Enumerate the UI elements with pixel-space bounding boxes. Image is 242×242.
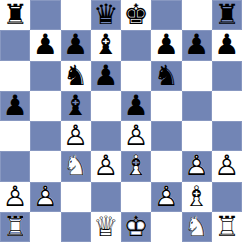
square-h8[interactable]: ♜ (212, 0, 242, 30)
square-g2[interactable]: ♝♗ (182, 182, 212, 212)
white-pawn-piece: ♟♙ (61, 121, 91, 151)
white-pawn-piece: ♟♙ (30, 182, 60, 212)
square-d6[interactable]: ♟ (91, 61, 121, 91)
square-b2[interactable]: ♟♙ (30, 182, 60, 212)
square-c6[interactable]: ♞ (61, 61, 91, 91)
square-h4[interactable] (212, 121, 242, 151)
black-bishop-piece: ♝ (61, 91, 91, 121)
square-g4[interactable] (182, 121, 212, 151)
white-pawn-piece: ♟♙ (182, 151, 212, 181)
square-b3[interactable] (30, 151, 60, 181)
black-pawn-piece: ♟ (182, 30, 212, 60)
black-rook-piece: ♜ (0, 0, 30, 30)
white-knight-piece: ♞♘ (61, 151, 91, 181)
square-a7[interactable] (0, 30, 30, 60)
square-g7[interactable]: ♟ (182, 30, 212, 60)
black-knight-piece: ♞ (61, 61, 91, 91)
square-f5[interactable] (151, 91, 181, 121)
black-pawn-piece: ♟ (121, 91, 151, 121)
white-bishop-piece: ♝♗ (182, 182, 212, 212)
black-queen-piece: ♛ (91, 0, 121, 30)
square-d2[interactable] (91, 182, 121, 212)
square-e6[interactable] (121, 61, 151, 91)
square-f1[interactable] (151, 212, 181, 242)
square-f2[interactable]: ♟♙ (151, 182, 181, 212)
square-e8[interactable]: ♚ (121, 0, 151, 30)
square-a1[interactable]: ♜♖ (0, 212, 30, 242)
white-rook-piece: ♜♖ (212, 212, 242, 242)
square-c4[interactable]: ♟♙ (61, 121, 91, 151)
square-e3[interactable]: ♝♗ (121, 151, 151, 181)
square-b6[interactable] (30, 61, 60, 91)
square-f4[interactable] (151, 121, 181, 151)
square-h2[interactable] (212, 182, 242, 212)
white-king-piece: ♚♔ (121, 212, 151, 242)
white-queen-piece: ♛♕ (91, 212, 121, 242)
black-pawn-piece: ♟ (151, 30, 181, 60)
square-a8[interactable]: ♜ (0, 0, 30, 30)
square-g6[interactable] (182, 61, 212, 91)
square-g3[interactable]: ♟♙ (182, 151, 212, 181)
square-d1[interactable]: ♛♕ (91, 212, 121, 242)
square-h7[interactable]: ♟ (212, 30, 242, 60)
black-pawn-piece: ♟ (30, 30, 60, 60)
square-a4[interactable] (0, 121, 30, 151)
square-h1[interactable]: ♜♖ (212, 212, 242, 242)
square-g8[interactable] (182, 0, 212, 30)
square-e5[interactable]: ♟ (121, 91, 151, 121)
square-f3[interactable] (151, 151, 181, 181)
square-e4[interactable]: ♟♙ (121, 121, 151, 151)
black-pawn-piece: ♟ (91, 61, 121, 91)
square-e7[interactable] (121, 30, 151, 60)
square-d4[interactable] (91, 121, 121, 151)
square-e2[interactable] (121, 182, 151, 212)
square-g5[interactable] (182, 91, 212, 121)
square-c8[interactable] (61, 0, 91, 30)
square-a6[interactable] (0, 61, 30, 91)
white-pawn-piece: ♟♙ (121, 121, 151, 151)
white-knight-piece: ♞♘ (182, 212, 212, 242)
square-c3[interactable]: ♞♘ (61, 151, 91, 181)
white-bishop-piece: ♝♗ (121, 151, 151, 181)
square-c5[interactable]: ♝ (61, 91, 91, 121)
white-pawn-piece: ♟♙ (151, 182, 181, 212)
square-b7[interactable]: ♟ (30, 30, 60, 60)
square-f6[interactable]: ♞ (151, 61, 181, 91)
white-pawn-piece: ♟♙ (91, 151, 121, 181)
white-rook-piece: ♜♖ (0, 212, 30, 242)
square-a2[interactable]: ♟♙ (0, 182, 30, 212)
black-rook-piece: ♜ (212, 0, 242, 30)
square-d7[interactable]: ♝ (91, 30, 121, 60)
square-c7[interactable]: ♟ (61, 30, 91, 60)
square-f8[interactable] (151, 0, 181, 30)
square-d3[interactable]: ♟♙ (91, 151, 121, 181)
square-e1[interactable]: ♚♔ (121, 212, 151, 242)
square-d8[interactable]: ♛ (91, 0, 121, 30)
black-knight-piece: ♞ (151, 61, 181, 91)
black-pawn-piece: ♟ (212, 30, 242, 60)
black-king-piece: ♚ (121, 0, 151, 30)
black-bishop-piece: ♝ (91, 30, 121, 60)
square-b8[interactable] (30, 0, 60, 30)
chess-board: ♜♛♚♜♟♟♝♟♟♟♞♟♞♟♝♟♟♙♟♙♞♘♟♙♝♗♟♙♟♙♟♙♟♙♟♙♝♗♜♖… (0, 0, 242, 242)
square-b5[interactable] (30, 91, 60, 121)
square-a5[interactable]: ♟ (0, 91, 30, 121)
square-c1[interactable] (61, 212, 91, 242)
black-pawn-piece: ♟ (61, 30, 91, 60)
square-a3[interactable] (0, 151, 30, 181)
square-b1[interactable] (30, 212, 60, 242)
white-pawn-piece: ♟♙ (0, 182, 30, 212)
white-pawn-piece: ♟♙ (212, 151, 242, 181)
square-g1[interactable]: ♞♘ (182, 212, 212, 242)
square-h6[interactable] (212, 61, 242, 91)
square-f7[interactable]: ♟ (151, 30, 181, 60)
square-c2[interactable] (61, 182, 91, 212)
square-b4[interactable] (30, 121, 60, 151)
square-h5[interactable] (212, 91, 242, 121)
square-d5[interactable] (91, 91, 121, 121)
square-h3[interactable]: ♟♙ (212, 151, 242, 181)
black-pawn-piece: ♟ (0, 91, 30, 121)
